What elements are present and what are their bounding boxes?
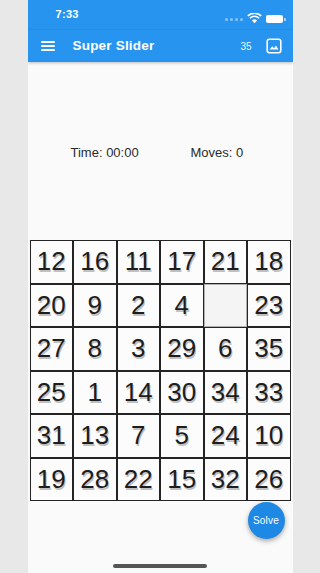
- puzzle-tile-15[interactable]: 15: [160, 458, 204, 502]
- puzzle-tile-30[interactable]: 30: [160, 371, 204, 415]
- app-title: Super Slider: [73, 38, 155, 53]
- battery-icon: [266, 15, 283, 23]
- wifi-icon: [247, 10, 262, 28]
- puzzle-tile-7[interactable]: 7: [117, 414, 161, 458]
- puzzle-tile-26[interactable]: 26: [247, 458, 291, 502]
- puzzle-tile-4[interactable]: 4: [160, 284, 204, 328]
- puzzle-tile-3[interactable]: 3: [117, 327, 161, 371]
- puzzle-tile-24[interactable]: 24: [204, 414, 248, 458]
- puzzle-tile-1[interactable]: 1: [73, 371, 117, 415]
- puzzle-tile-14[interactable]: 14: [117, 371, 161, 415]
- app-screen: 7:33 Super Slider 35 Time: 00:00 Mo: [28, 0, 293, 573]
- puzzle-tile-5[interactable]: 5: [160, 414, 204, 458]
- puzzle-tile-10[interactable]: 10: [247, 414, 291, 458]
- puzzle-tile-32[interactable]: 32: [204, 458, 248, 502]
- moves-display: Moves: 0: [191, 145, 244, 160]
- puzzle-tile-22[interactable]: 22: [117, 458, 161, 502]
- puzzle-tile-31[interactable]: 31: [30, 414, 74, 458]
- tile-count-badge: 35: [240, 41, 251, 52]
- puzzle-tile-33[interactable]: 33: [247, 371, 291, 415]
- status-clock: 7:33: [56, 8, 79, 20]
- puzzle-tile-19[interactable]: 19: [30, 458, 74, 502]
- puzzle-tile-8[interactable]: 8: [73, 327, 117, 371]
- puzzle-tile-27[interactable]: 27: [30, 327, 74, 371]
- hamburger-menu-icon[interactable]: [41, 41, 55, 51]
- time-display: Time: 00:00: [71, 145, 139, 160]
- image-icon[interactable]: [266, 38, 282, 54]
- puzzle-board: 1216111721182092423278329635251143034333…: [30, 240, 291, 501]
- status-icons: [225, 10, 283, 28]
- puzzle-tile-20[interactable]: 20: [30, 284, 74, 328]
- solve-button[interactable]: Solve: [248, 502, 285, 539]
- puzzle-tile-29[interactable]: 29: [160, 327, 204, 371]
- puzzle-tile-28[interactable]: 28: [73, 458, 117, 502]
- puzzle-tile-35[interactable]: 35: [247, 327, 291, 371]
- puzzle-tile-21[interactable]: 21: [204, 240, 248, 284]
- puzzle-tile-2[interactable]: 2: [117, 284, 161, 328]
- puzzle-tile-18[interactable]: 18: [247, 240, 291, 284]
- status-bar: 7:33: [28, 0, 293, 30]
- puzzle-tile-25[interactable]: 25: [30, 371, 74, 415]
- puzzle-tile-17[interactable]: 17: [160, 240, 204, 284]
- home-indicator[interactable]: [113, 564, 207, 568]
- app-bar: Super Slider 35: [28, 30, 293, 62]
- puzzle-tile-16[interactable]: 16: [73, 240, 117, 284]
- puzzle-tile-13[interactable]: 13: [73, 414, 117, 458]
- puzzle-tile-9[interactable]: 9: [73, 284, 117, 328]
- puzzle-tile-12[interactable]: 12: [30, 240, 74, 284]
- puzzle-tile-6[interactable]: 6: [204, 327, 248, 371]
- puzzle-tile-34[interactable]: 34: [204, 371, 248, 415]
- puzzle-tile-23[interactable]: 23: [247, 284, 291, 328]
- empty-cell: [204, 284, 248, 328]
- puzzle-tile-11[interactable]: 11: [117, 240, 161, 284]
- cellular-dots-icon: [225, 18, 243, 21]
